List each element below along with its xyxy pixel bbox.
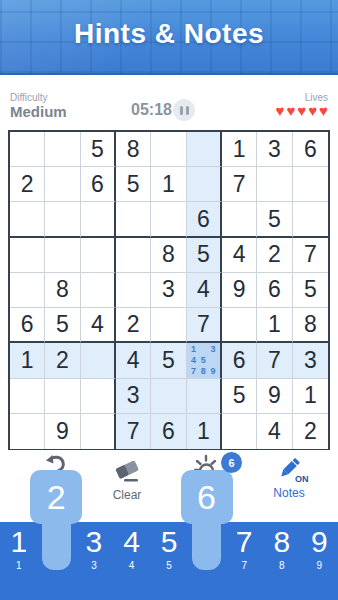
sudoku-cell-r5c9[interactable]: 5: [293, 273, 328, 308]
sudoku-cell-r3c9[interactable]: [293, 202, 328, 237]
sudoku-cell-r7c7[interactable]: 6: [222, 343, 257, 378]
sudoku-cell-r5c3[interactable]: [81, 273, 116, 308]
sudoku-cell-r1c6[interactable]: [187, 132, 222, 167]
sudoku-app: Hints & Notes Difficulty Medium 05:18 Li…: [0, 0, 338, 600]
sudoku-cell-r2c3[interactable]: 6: [81, 167, 116, 202]
sudoku-cell-r6c5[interactable]: [151, 308, 186, 343]
sudoku-board: 5813626517658542783496565427181245134578…: [8, 130, 330, 451]
sudoku-cell-r9c9[interactable]: 2: [293, 414, 328, 449]
sudoku-cell-r8c6[interactable]: [187, 379, 222, 414]
notes-grid: 1345789: [187, 343, 220, 377]
sudoku-cell-r6c9[interactable]: 8: [293, 308, 328, 343]
sudoku-cell-r7c8[interactable]: 7: [257, 343, 292, 378]
sudoku-cell-r9c8[interactable]: 4: [257, 414, 292, 449]
difficulty-value: Medium: [10, 103, 67, 120]
sudoku-cell-r3c6[interactable]: 6: [187, 202, 222, 237]
numpad-key-3[interactable]: 33: [75, 522, 113, 600]
sudoku-cell-r1c3[interactable]: 5: [81, 132, 116, 167]
notes-label: Notes: [266, 486, 312, 500]
sudoku-cell-r1c1[interactable]: [10, 132, 45, 167]
sudoku-cell-r2c9[interactable]: [293, 167, 328, 202]
sudoku-cell-r4c8[interactable]: 2: [257, 238, 292, 273]
sudoku-cell-r6c7[interactable]: [222, 308, 257, 343]
page-title: Hints & Notes: [0, 18, 338, 50]
sudoku-cell-r8c5[interactable]: [151, 379, 186, 414]
sudoku-cell-r2c1[interactable]: 2: [10, 167, 45, 202]
sudoku-cell-r8c3[interactable]: [81, 379, 116, 414]
sudoku-cell-r5c5[interactable]: 3: [151, 273, 186, 308]
sudoku-cell-r3c7[interactable]: [222, 202, 257, 237]
numpad-key-4[interactable]: 44: [113, 522, 151, 600]
sudoku-cell-r8c7[interactable]: 5: [222, 379, 257, 414]
sudoku-cell-r9c6[interactable]: 1: [187, 414, 222, 449]
sudoku-cell-r9c5[interactable]: 6: [151, 414, 186, 449]
heart-icon: ♥: [319, 102, 330, 119]
sudoku-cell-r8c8[interactable]: 9: [257, 379, 292, 414]
hint-count-badge: 6: [221, 452, 242, 473]
header-banner: Hints & Notes: [0, 0, 338, 75]
sudoku-cell-r6c4[interactable]: 2: [116, 308, 151, 343]
lifted-key-6[interactable]: 6: [181, 470, 233, 524]
sudoku-cell-r4c2[interactable]: [45, 238, 80, 273]
status-bar: Difficulty Medium 05:18 Lives ♥♥♥♥♥: [0, 75, 338, 130]
sudoku-cell-r7c9[interactable]: 3: [293, 343, 328, 378]
sudoku-cell-r6c3[interactable]: 4: [81, 308, 116, 343]
sudoku-cell-r3c1[interactable]: [10, 202, 45, 237]
sudoku-cell-r2c2[interactable]: [45, 167, 80, 202]
sudoku-cell-r3c3[interactable]: [81, 202, 116, 237]
difficulty-label: Difficulty: [10, 92, 48, 103]
sudoku-cell-r2c6[interactable]: [187, 167, 222, 202]
pause-icon: [186, 106, 189, 115]
numpad-key-5[interactable]: 55: [150, 522, 188, 600]
heart-icon: ♥: [308, 102, 319, 119]
numpad-key-8[interactable]: 88: [263, 522, 301, 600]
sudoku-cell-r7c5[interactable]: 5: [151, 343, 186, 378]
sudoku-cell-r8c4[interactable]: 3: [116, 379, 151, 414]
clear-label: Clear: [104, 488, 150, 502]
pause-button[interactable]: [173, 99, 195, 121]
sudoku-cell-r4c7[interactable]: 4: [222, 238, 257, 273]
sudoku-cell-r4c1[interactable]: [10, 238, 45, 273]
sudoku-cell-r6c2[interactable]: 5: [45, 308, 80, 343]
lives-hearts: ♥♥♥♥♥: [275, 102, 330, 119]
numpad-key-7[interactable]: 77: [225, 522, 263, 600]
sudoku-cell-r4c6[interactable]: 5: [187, 238, 222, 273]
sudoku-cell-r6c6[interactable]: 7: [187, 308, 222, 343]
sudoku-cell-r5c2[interactable]: 8: [45, 273, 80, 308]
sudoku-cell-r1c7[interactable]: 1: [222, 132, 257, 167]
eraser-icon: [113, 456, 141, 484]
sudoku-cell-r9c4[interactable]: 7: [116, 414, 151, 449]
sudoku-cell-r1c5[interactable]: [151, 132, 186, 167]
sudoku-cell-r9c3[interactable]: [81, 414, 116, 449]
sudoku-cell-r1c9[interactable]: 6: [293, 132, 328, 167]
sudoku-cell-r1c8[interactable]: 3: [257, 132, 292, 167]
sudoku-cell-r3c8[interactable]: 5: [257, 202, 292, 237]
sudoku-cell-r8c9[interactable]: 1: [293, 379, 328, 414]
sudoku-cell-r2c5[interactable]: 1: [151, 167, 186, 202]
sudoku-cell-r4c3[interactable]: [81, 238, 116, 273]
sudoku-cell-r9c2[interactable]: 9: [45, 414, 80, 449]
sudoku-cell-r2c7[interactable]: 7: [222, 167, 257, 202]
lifted-key-stem-6: [192, 523, 221, 570]
sudoku-cell-r5c1[interactable]: [10, 273, 45, 308]
heart-icon: ♥: [297, 102, 308, 119]
lifted-key-2[interactable]: 2: [30, 470, 82, 524]
sudoku-cell-r7c6[interactable]: 1345789: [187, 343, 222, 378]
sudoku-cell-r8c1[interactable]: [10, 379, 45, 414]
sudoku-cell-r5c7[interactable]: 9: [222, 273, 257, 308]
sudoku-cell-r3c5[interactable]: [151, 202, 186, 237]
heart-icon: ♥: [275, 102, 286, 119]
clear-button[interactable]: Clear: [104, 456, 150, 502]
sudoku-cell-r4c5[interactable]: 8: [151, 238, 186, 273]
sudoku-cell-r6c8[interactable]: 1: [257, 308, 292, 343]
sudoku-cell-r5c6[interactable]: 4: [187, 273, 222, 308]
sudoku-cell-r9c1[interactable]: [10, 414, 45, 449]
sudoku-cell-r3c4[interactable]: [116, 202, 151, 237]
timer: 05:18: [131, 101, 172, 119]
sudoku-cell-r3c2[interactable]: [45, 202, 80, 237]
sudoku-cell-r2c8[interactable]: [257, 167, 292, 202]
sudoku-cell-r7c3[interactable]: [81, 343, 116, 378]
numpad-key-9[interactable]: 99: [301, 522, 338, 600]
sudoku-cell-r4c9[interactable]: 7: [293, 238, 328, 273]
sudoku-cell-r2c4[interactable]: 5: [116, 167, 151, 202]
sudoku-cell-r8c2[interactable]: [45, 379, 80, 414]
sudoku-cell-r6c1[interactable]: 6: [10, 308, 45, 343]
sudoku-cell-r5c4[interactable]: [116, 273, 151, 308]
notes-on-badge: ON: [295, 474, 309, 484]
pause-icon: [180, 106, 183, 115]
sudoku-cell-r1c4[interactable]: 8: [116, 132, 151, 167]
sudoku-cell-r7c4[interactable]: 4: [116, 343, 151, 378]
sudoku-cell-r9c7[interactable]: [222, 414, 257, 449]
lifted-key-stem-2: [42, 523, 71, 570]
sudoku-cell-r1c2[interactable]: [45, 132, 80, 167]
heart-icon: ♥: [286, 102, 297, 119]
sudoku-cell-r5c8[interactable]: 6: [257, 273, 292, 308]
sudoku-cell-r7c1[interactable]: 1: [10, 343, 45, 378]
numpad-key-1[interactable]: 11: [0, 522, 38, 600]
sudoku-cell-r7c2[interactable]: 2: [45, 343, 80, 378]
sudoku-cell-r4c4[interactable]: [116, 238, 151, 273]
